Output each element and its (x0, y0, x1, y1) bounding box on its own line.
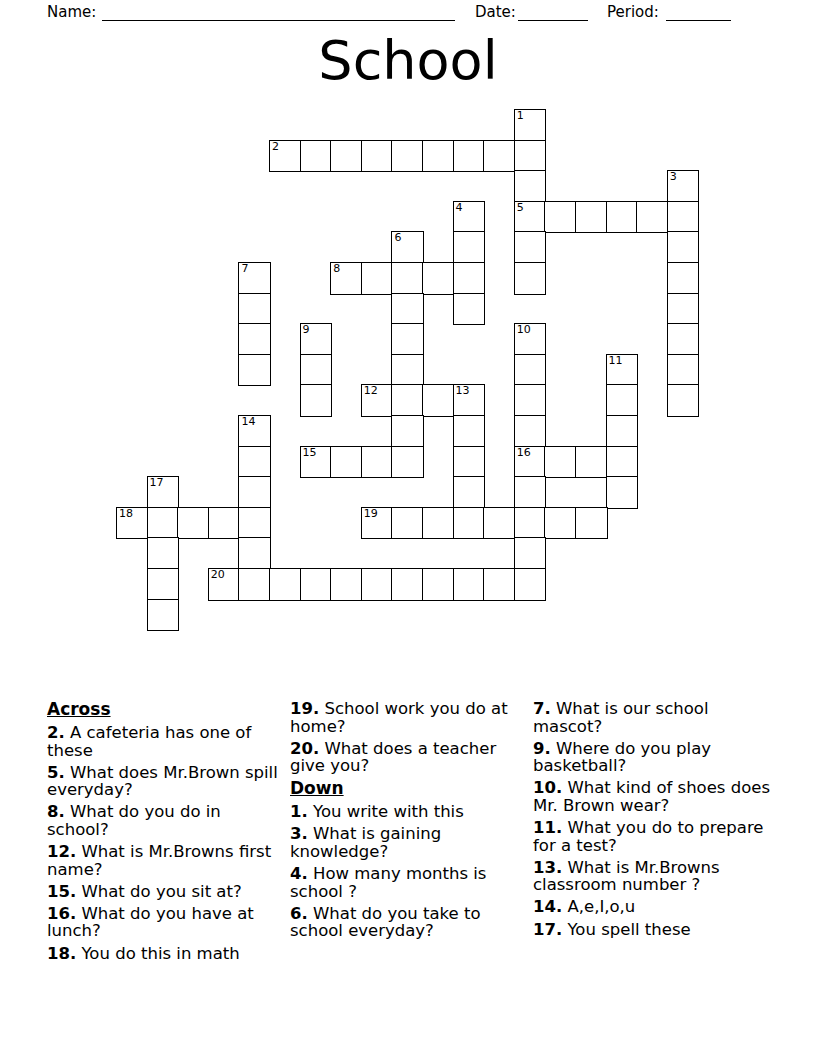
down-heading: Down (290, 779, 526, 798)
date-label: Date: (475, 3, 516, 21)
grid-cell-r1-c9[interactable] (391, 140, 424, 173)
grid-cell-r11-c11[interactable] (453, 446, 486, 479)
grid-cell-r13-c2[interactable] (177, 507, 210, 540)
cell-number-17: 17 (150, 476, 164, 489)
grid-cell-r15-c3[interactable]: 20 (208, 568, 241, 601)
grid-cell-r10-c4[interactable]: 14 (238, 415, 271, 448)
clue-down-14: 14. A,e,I,o,u (533, 898, 777, 916)
clue-number-label: 6. (290, 904, 308, 923)
grid-cell-r12-c1[interactable]: 17 (147, 476, 180, 509)
grid-cell-r4-c11[interactable] (453, 231, 486, 264)
clue-across-5: 5. What does Mr.Brown spill everyday? (47, 764, 279, 799)
name-blank-field[interactable] (102, 20, 455, 21)
grid-cell-r14-c13[interactable] (514, 537, 547, 570)
grid-cell-r15-c10[interactable] (422, 568, 455, 601)
grid-cell-r11-c15[interactable] (575, 446, 608, 479)
clue-text: A cafeteria has one of these (47, 723, 251, 760)
grid-cell-r2-c18[interactable]: 3 (667, 170, 700, 203)
clue-number-label: 20. (290, 739, 319, 758)
cell-number-9: 9 (303, 323, 310, 336)
clue-number-label: 15. (47, 882, 76, 901)
grid-cell-r15-c9[interactable] (391, 568, 424, 601)
grid-cell-r10-c16[interactable] (606, 415, 639, 448)
grid-cell-r13-c1[interactable] (147, 507, 180, 540)
clue-text: How many months is school ? (290, 864, 486, 901)
clue-text: What is Mr.Browns first name? (47, 842, 271, 879)
cell-number-10: 10 (517, 323, 531, 336)
grid-cell-r13-c3[interactable] (208, 507, 241, 540)
grid-cell-r6-c4[interactable] (238, 293, 271, 326)
across-heading: Across (47, 700, 279, 719)
grid-cell-r3-c13[interactable]: 5 (514, 201, 547, 234)
grid-cell-r11-c7[interactable] (330, 446, 363, 479)
clue-text: You do this in math (76, 944, 240, 963)
grid-cell-r15-c1[interactable] (147, 568, 180, 601)
grid-cell-r4-c9[interactable]: 6 (391, 231, 424, 264)
grid-cell-r9-c18[interactable] (667, 384, 700, 417)
clue-column-2: 19. School work you do at home?20. What … (290, 700, 526, 945)
grid-cell-r15-c12[interactable] (483, 568, 516, 601)
cell-number-7: 7 (241, 262, 248, 275)
grid-cell-r13-c14[interactable] (544, 507, 577, 540)
clue-number-label: 17. (533, 920, 562, 939)
grid-cell-r3-c15[interactable] (575, 201, 608, 234)
clue-text: What do you take to school everyday? (290, 904, 480, 941)
grid-cell-r5-c11[interactable] (453, 262, 486, 295)
clue-across-15: 15. What do you sit at? (47, 883, 279, 901)
grid-cell-r11-c8[interactable] (361, 446, 394, 479)
cell-number-20: 20 (211, 568, 225, 581)
grid-cell-r1-c12[interactable] (483, 140, 516, 173)
grid-cell-r10-c11[interactable] (453, 415, 486, 448)
grid-cell-r15-c11[interactable] (453, 568, 486, 601)
clue-text: What you do to prepare for a test? (533, 818, 763, 855)
clue-down-7: 7. What is our school mascot? (533, 700, 777, 735)
clue-across-19: 19. School work you do at home? (290, 700, 526, 735)
grid-cell-r12-c13[interactable] (514, 476, 547, 509)
grid-cell-r5-c13[interactable] (514, 262, 547, 295)
grid-cell-r9-c6[interactable] (300, 384, 333, 417)
grid-cell-r3-c16[interactable] (606, 201, 639, 234)
cell-number-15: 15 (303, 446, 317, 459)
grid-cell-r1-c11[interactable] (453, 140, 486, 173)
cell-number-2: 2 (272, 140, 279, 153)
grid-cell-r1-c6[interactable] (300, 140, 333, 173)
grid-cell-r4-c18[interactable] (667, 231, 700, 264)
grid-cell-r11-c13[interactable]: 16 (514, 446, 547, 479)
clue-down-17: 17. You spell these (533, 921, 777, 939)
clue-number-label: 7. (533, 699, 551, 718)
cell-number-14: 14 (241, 415, 255, 428)
grid-cell-r9-c16[interactable] (606, 384, 639, 417)
grid-cell-r7-c9[interactable] (391, 323, 424, 356)
clue-down-9: 9. Where do you play basketball? (533, 740, 777, 775)
clue-down-13: 13. What is Mr.Browns classroom number ? (533, 859, 777, 894)
grid-cell-r7-c18[interactable] (667, 323, 700, 356)
clue-text: What does a teacher give you? (290, 739, 496, 776)
grid-cell-r2-c13[interactable] (514, 170, 547, 203)
grid-cell-r8-c6[interactable] (300, 354, 333, 387)
grid-cell-r14-c1[interactable] (147, 537, 180, 570)
grid-cell-r11-c9[interactable] (391, 446, 424, 479)
cell-number-16: 16 (517, 446, 531, 459)
grid-cell-r11-c14[interactable] (544, 446, 577, 479)
clue-text: What does Mr.Brown spill everyday? (47, 763, 278, 800)
grid-cell-r5-c7[interactable]: 8 (330, 262, 363, 295)
grid-cell-r12-c16[interactable] (606, 476, 639, 509)
cell-number-19: 19 (364, 507, 378, 520)
clue-number-label: 13. (533, 858, 562, 877)
cell-number-3: 3 (670, 170, 677, 183)
clue-number-label: 9. (533, 739, 551, 758)
grid-cell-r3-c11[interactable]: 4 (453, 201, 486, 234)
grid-cell-r4-c13[interactable] (514, 231, 547, 264)
clue-text: You spell these (562, 920, 690, 939)
clue-number-label: 19. (290, 699, 319, 718)
grid-cell-r8-c18[interactable] (667, 354, 700, 387)
grid-cell-r13-c9[interactable] (391, 507, 424, 540)
period-label: Period: (607, 3, 659, 21)
clue-text: What do you do in school? (47, 802, 221, 839)
grid-cell-r6-c18[interactable] (667, 293, 700, 326)
grid-cell-r9-c13[interactable] (514, 384, 547, 417)
clue-number-label: 3. (290, 824, 308, 843)
grid-cell-r9-c11[interactable]: 13 (453, 384, 486, 417)
grid-cell-r1-c8[interactable] (361, 140, 394, 173)
grid-cell-r11-c4[interactable] (238, 446, 271, 479)
grid-cell-r15-c7[interactable] (330, 568, 363, 601)
cell-number-18: 18 (119, 507, 133, 520)
clue-across-20: 20. What does a teacher give you? (290, 740, 526, 775)
clue-number-label: 11. (533, 818, 562, 837)
clue-text: What is gaining knowledge? (290, 824, 441, 861)
clue-down-3: 3. What is gaining knowledge? (290, 825, 526, 860)
grid-cell-r5-c8[interactable] (361, 262, 394, 295)
cell-number-4: 4 (456, 201, 463, 214)
clue-number-label: 14. (533, 897, 562, 916)
grid-cell-r1-c13[interactable] (514, 140, 547, 173)
page-title: School (0, 32, 816, 89)
cell-number-5: 5 (517, 201, 524, 214)
clue-number-label: 18. (47, 944, 76, 963)
grid-cell-r9-c9[interactable] (391, 384, 424, 417)
grid-cell-r15-c4[interactable] (238, 568, 271, 601)
grid-cell-r7-c6[interactable]: 9 (300, 323, 333, 356)
grid-cell-r13-c15[interactable] (575, 507, 608, 540)
clue-column-3: 7. What is our school mascot?9. Where do… (533, 700, 777, 943)
grid-cell-r8-c16[interactable]: 11 (606, 354, 639, 387)
grid-cell-r15-c8[interactable] (361, 568, 394, 601)
grid-cell-r1-c7[interactable] (330, 140, 363, 173)
clue-number-label: 5. (47, 763, 65, 782)
clue-number-label: 12. (47, 842, 76, 861)
cell-number-13: 13 (456, 384, 470, 397)
period-blank-field[interactable] (666, 20, 731, 21)
grid-cell-r13-c12[interactable] (483, 507, 516, 540)
grid-cell-r3-c17[interactable] (636, 201, 669, 234)
clue-down-1: 1. You write with this (290, 803, 526, 821)
clue-text: What is our school mascot? (533, 699, 709, 736)
grid-cell-r14-c4[interactable] (238, 537, 271, 570)
grid-cell-r8-c9[interactable] (391, 354, 424, 387)
grid-cell-r11-c6[interactable]: 15 (300, 446, 333, 479)
clue-text: School work you do at home? (290, 699, 508, 736)
clue-down-4: 4. How many months is school ? (290, 865, 526, 900)
cell-number-11: 11 (609, 354, 623, 367)
grid-cell-r13-c10[interactable] (422, 507, 455, 540)
name-label: Name: (47, 3, 96, 21)
clue-down-6: 6. What do you take to school everyday? (290, 905, 526, 940)
date-blank-field[interactable] (518, 20, 588, 21)
clue-number-label: 8. (47, 802, 65, 821)
clue-text: What do you have at lunch? (47, 904, 254, 941)
grid-cell-r7-c13[interactable]: 10 (514, 323, 547, 356)
clue-number-label: 16. (47, 904, 76, 923)
grid-cell-r5-c18[interactable] (667, 262, 700, 295)
clue-number-label: 10. (533, 778, 562, 797)
grid-cell-r12-c11[interactable] (453, 476, 486, 509)
grid-cell-r11-c16[interactable] (606, 446, 639, 479)
grid-cell-r5-c10[interactable] (422, 262, 455, 295)
grid-cell-r10-c13[interactable] (514, 415, 547, 448)
grid-cell-r13-c4[interactable] (238, 507, 271, 540)
grid-cell-r3-c18[interactable] (667, 201, 700, 234)
grid-cell-r1-c5[interactable]: 2 (269, 140, 302, 173)
grid-cell-r8-c4[interactable] (238, 354, 271, 387)
clue-number-label: 4. (290, 864, 308, 883)
grid-cell-r6-c9[interactable] (391, 293, 424, 326)
clue-across-12: 12. What is Mr.Browns first name? (47, 843, 279, 878)
grid-cell-r1-c10[interactable] (422, 140, 455, 173)
clue-column-1: Across2. A cafeteria has one of these5. … (47, 700, 279, 967)
grid-cell-r13-c11[interactable] (453, 507, 486, 540)
grid-cell-r13-c8[interactable]: 19 (361, 507, 394, 540)
grid-cell-r5-c4[interactable]: 7 (238, 262, 271, 295)
clue-down-10: 10. What kind of shoes does Mr. Brown we… (533, 779, 777, 814)
cell-number-6: 6 (394, 231, 401, 244)
cell-number-8: 8 (333, 262, 340, 275)
grid-cell-r8-c13[interactable] (514, 354, 547, 387)
cell-number-1: 1 (517, 109, 524, 122)
grid-cell-r9-c10[interactable] (422, 384, 455, 417)
grid-cell-r15-c5[interactable] (269, 568, 302, 601)
clue-across-8: 8. What do you do in school? (47, 803, 279, 838)
crossword-grid: 1234567891011121314151617181920 (117, 110, 699, 631)
grid-cell-r15-c13[interactable] (514, 568, 547, 601)
grid-cell-r7-c4[interactable] (238, 323, 271, 356)
grid-cell-r9-c8[interactable]: 12 (361, 384, 394, 417)
grid-cell-r16-c1[interactable] (147, 599, 180, 632)
grid-cell-r13-c13[interactable] (514, 507, 547, 540)
clue-text: Where do you play basketball? (533, 739, 711, 776)
grid-cell-r0-c13[interactable]: 1 (514, 109, 547, 142)
clue-text: What kind of shoes does Mr. Brown wear? (533, 778, 770, 815)
grid-cell-r6-c11[interactable] (453, 293, 486, 326)
grid-cell-r5-c9[interactable] (391, 262, 424, 295)
clue-number-label: 2. (47, 723, 65, 742)
clue-text: You write with this (308, 802, 464, 821)
grid-cell-r10-c9[interactable] (391, 415, 424, 448)
clue-across-18: 18. You do this in math (47, 945, 279, 963)
cell-number-12: 12 (364, 384, 378, 397)
clue-across-2: 2. A cafeteria has one of these (47, 724, 279, 759)
clue-text: A,e,I,o,u (562, 897, 635, 916)
grid-cell-r12-c4[interactable] (238, 476, 271, 509)
clue-text: What do you sit at? (76, 882, 241, 901)
clue-down-11: 11. What you do to prepare for a test? (533, 819, 777, 854)
grid-cell-r15-c6[interactable] (300, 568, 333, 601)
grid-cell-r13-c0[interactable]: 18 (116, 507, 149, 540)
grid-cell-r3-c14[interactable] (544, 201, 577, 234)
clue-number-label: 1. (290, 802, 308, 821)
clue-across-16: 16. What do you have at lunch? (47, 905, 279, 940)
